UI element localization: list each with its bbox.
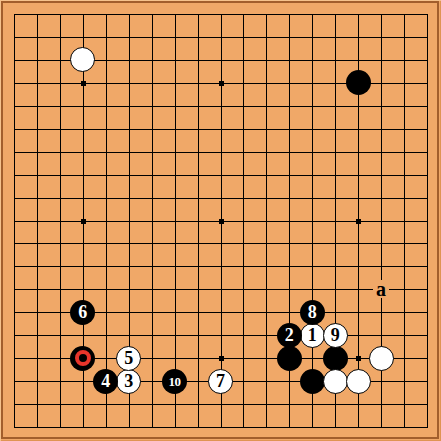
grid-line-horizontal <box>14 289 428 290</box>
star-point <box>219 356 224 361</box>
stone-number: 3 <box>124 372 133 390</box>
grid-line-vertical <box>312 14 313 428</box>
star-point <box>356 356 361 361</box>
grid-line-horizontal <box>14 243 428 244</box>
stone-black-Q16 <box>346 70 371 95</box>
stone-white-R4 <box>369 346 394 371</box>
stone-number: 2 <box>285 326 294 344</box>
stone-white-P5: 9 <box>323 323 348 348</box>
stone-number: 10 <box>169 374 181 387</box>
go-board: 12345678910a <box>0 0 441 441</box>
grid-line-vertical <box>243 14 244 428</box>
grid-line-vertical <box>427 14 428 428</box>
stone-black-O6: 8 <box>300 300 325 325</box>
stone-black-D4 <box>70 346 95 371</box>
stone-number: 4 <box>101 372 110 390</box>
stone-white-P3 <box>323 369 348 394</box>
circle-marker-icon <box>75 350 91 366</box>
stone-white-F4: 5 <box>116 346 141 371</box>
star-point <box>81 81 86 86</box>
stone-white-Q3 <box>346 369 371 394</box>
star-point <box>81 219 86 224</box>
stone-number: 6 <box>78 303 87 321</box>
star-point <box>219 81 224 86</box>
stone-white-D17 <box>70 47 95 72</box>
stone-black-E3: 4 <box>93 369 118 394</box>
stone-number: 9 <box>331 326 340 344</box>
grid-line-horizontal <box>14 404 428 405</box>
stone-black-N5: 2 <box>277 323 302 348</box>
stone-number: 5 <box>124 349 133 367</box>
star-point <box>219 219 224 224</box>
stone-black-H3: 10 <box>162 369 187 394</box>
stone-number: 7 <box>216 372 225 390</box>
grid-line-horizontal <box>14 266 428 267</box>
stone-white-K3: 7 <box>208 369 233 394</box>
star-point <box>356 219 361 224</box>
stone-number: 1 <box>308 326 317 344</box>
stone-white-F3: 3 <box>116 369 141 394</box>
stone-black-P4 <box>323 346 348 371</box>
stone-black-O3 <box>300 369 325 394</box>
stone-black-D6: 6 <box>70 300 95 325</box>
grid-line-horizontal <box>14 335 428 336</box>
grid-line-horizontal <box>14 427 428 428</box>
point-label-a: a <box>373 280 389 298</box>
grid-line-vertical <box>404 14 405 428</box>
stone-white-O5: 1 <box>300 323 325 348</box>
stone-number: 8 <box>308 303 317 321</box>
stone-black-N4 <box>277 346 302 371</box>
grid-line-vertical <box>266 14 267 428</box>
